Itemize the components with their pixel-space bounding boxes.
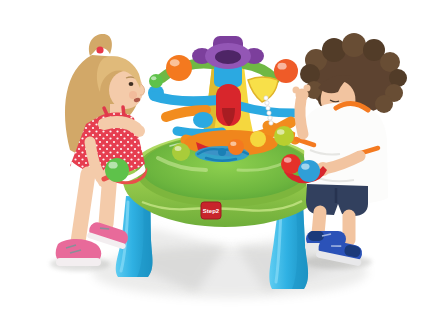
ball-track-left-orange [166, 55, 192, 81]
girl-eye [129, 82, 134, 86]
girl-cheek-blush [129, 91, 137, 99]
crown-hole [215, 50, 241, 64]
tower-base-yellow-blob [250, 131, 266, 147]
track-blue-upper-left [154, 96, 218, 101]
girl-leg-right [106, 174, 110, 224]
girl-leg-left [78, 174, 88, 242]
girl-hand-extended [133, 125, 145, 137]
roller-blue [193, 112, 213, 128]
ball-track-end-green [149, 74, 163, 88]
ball-tower [148, 36, 295, 156]
brand-badge: Step2 [201, 202, 221, 219]
girl-shoe-left [56, 239, 102, 266]
boy [293, 33, 408, 267]
ball-scoop-green [105, 158, 129, 182]
product-photo: Step2 [0, 0, 423, 318]
funnel-yellow [248, 77, 278, 102]
boy-leg-left [318, 212, 320, 234]
ball-ramp-exit-yellow-green [274, 126, 294, 146]
ball-scoop-blue [298, 160, 320, 182]
ball-water-light-green [172, 143, 190, 161]
girl-hair-tie [96, 46, 103, 53]
scene-svg: Step2 [0, 0, 423, 318]
brand-badge-text: Step2 [203, 208, 220, 214]
boy-finger-1 [293, 87, 300, 94]
girl-arm-extended [104, 122, 136, 128]
spinner-hub [218, 148, 226, 156]
boy-arm-raised [300, 100, 303, 134]
ball-track-right-orange [274, 59, 298, 83]
boy-finger-2 [304, 85, 311, 92]
ball-spinner-orange [228, 139, 244, 155]
